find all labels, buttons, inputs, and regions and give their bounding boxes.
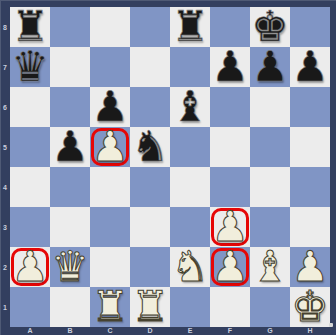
black-pawn-c6[interactable]: ♟	[90, 87, 130, 127]
square-a5[interactable]	[10, 127, 50, 167]
black-rook-a8[interactable]: ♜	[10, 7, 50, 47]
square-e6[interactable]: ♝	[170, 87, 210, 127]
white-rook-d1[interactable]: ♜	[130, 287, 170, 327]
rank-label-1: 1	[0, 287, 10, 327]
square-f8[interactable]	[210, 7, 250, 47]
white-pawn-a2[interactable]: ♟	[10, 247, 50, 287]
square-e5[interactable]	[170, 127, 210, 167]
square-d5[interactable]: ♞	[130, 127, 170, 167]
square-g3[interactable]	[250, 207, 290, 247]
black-pawn-g7[interactable]: ♟	[250, 47, 290, 87]
white-knight-e2[interactable]: ♞	[170, 247, 210, 287]
square-e7[interactable]	[170, 47, 210, 87]
square-f5[interactable]	[210, 127, 250, 167]
square-d1[interactable]: ♜	[130, 287, 170, 327]
square-g4[interactable]	[250, 167, 290, 207]
chess-board-frame: ♜♜♚♛♟♟♟♟♝♟♟♞♟♟♛♞♟♝♟♜♜♚ 87654321 ABCDEFGH	[0, 0, 336, 335]
square-h8[interactable]	[290, 7, 330, 47]
square-d7[interactable]	[130, 47, 170, 87]
square-h6[interactable]	[290, 87, 330, 127]
square-a4[interactable]	[10, 167, 50, 207]
square-h3[interactable]	[290, 207, 330, 247]
square-h1[interactable]: ♚	[290, 287, 330, 327]
square-h5[interactable]	[290, 127, 330, 167]
square-f7[interactable]: ♟	[210, 47, 250, 87]
black-bishop-e6[interactable]: ♝	[170, 87, 210, 127]
square-f4[interactable]	[210, 167, 250, 207]
square-h2[interactable]: ♟	[290, 247, 330, 287]
square-a2[interactable]: ♟	[10, 247, 50, 287]
square-e1[interactable]	[170, 287, 210, 327]
file-label-b: B	[50, 326, 90, 335]
black-king-g8[interactable]: ♚	[250, 7, 290, 47]
square-h4[interactable]	[290, 167, 330, 207]
square-e4[interactable]	[170, 167, 210, 207]
rank-label-5: 5	[0, 127, 10, 167]
rank-label-7: 7	[0, 47, 10, 87]
square-f2[interactable]: ♟	[210, 247, 250, 287]
square-f6[interactable]	[210, 87, 250, 127]
rank-label-2: 2	[0, 247, 10, 287]
square-g1[interactable]	[250, 287, 290, 327]
square-d3[interactable]	[130, 207, 170, 247]
square-a3[interactable]	[10, 207, 50, 247]
corner-dot	[329, 323, 333, 327]
square-c7[interactable]	[90, 47, 130, 87]
square-d4[interactable]	[130, 167, 170, 207]
white-pawn-f2[interactable]: ♟	[210, 247, 250, 287]
file-label-g: G	[250, 326, 290, 335]
square-b4[interactable]	[50, 167, 90, 207]
white-bishop-g2[interactable]: ♝	[250, 247, 290, 287]
rank-label-8: 8	[0, 7, 10, 47]
square-c4[interactable]	[90, 167, 130, 207]
black-knight-d5[interactable]: ♞	[130, 127, 170, 167]
white-pawn-h2[interactable]: ♟	[290, 247, 330, 287]
square-f1[interactable]	[210, 287, 250, 327]
rank-label-6: 6	[0, 87, 10, 127]
square-c3[interactable]	[90, 207, 130, 247]
square-e3[interactable]	[170, 207, 210, 247]
square-f3[interactable]: ♟	[210, 207, 250, 247]
square-c2[interactable]	[90, 247, 130, 287]
square-b2[interactable]: ♛	[50, 247, 90, 287]
square-b3[interactable]	[50, 207, 90, 247]
square-a6[interactable]	[10, 87, 50, 127]
black-rook-e8[interactable]: ♜	[170, 7, 210, 47]
square-e2[interactable]: ♞	[170, 247, 210, 287]
file-label-c: C	[90, 326, 130, 335]
white-pawn-f3[interactable]: ♟	[210, 207, 250, 247]
rank-label-4: 4	[0, 167, 10, 207]
square-e8[interactable]: ♜	[170, 7, 210, 47]
file-label-f: F	[210, 326, 250, 335]
square-b1[interactable]	[50, 287, 90, 327]
black-pawn-f7[interactable]: ♟	[210, 47, 250, 87]
square-c5[interactable]: ♟	[90, 127, 130, 167]
rank-label-3: 3	[0, 207, 10, 247]
white-rook-c1[interactable]: ♜	[90, 287, 130, 327]
square-c1[interactable]: ♜	[90, 287, 130, 327]
file-label-d: D	[130, 326, 170, 335]
square-a8[interactable]: ♜	[10, 7, 50, 47]
square-b5[interactable]: ♟	[50, 127, 90, 167]
file-label-h: H	[290, 326, 330, 335]
white-king-h1[interactable]: ♚	[290, 287, 330, 327]
square-h7[interactable]: ♟	[290, 47, 330, 87]
white-pawn-c5[interactable]: ♟	[90, 127, 130, 167]
square-a7[interactable]: ♛	[10, 47, 50, 87]
file-label-e: E	[170, 326, 210, 335]
square-g8[interactable]: ♚	[250, 7, 290, 47]
chess-board: ♜♜♚♛♟♟♟♟♝♟♟♞♟♟♛♞♟♝♟♜♜♚	[10, 7, 330, 327]
white-queen-b2[interactable]: ♛	[50, 247, 90, 287]
square-g5[interactable]	[250, 127, 290, 167]
file-label-a: A	[10, 326, 50, 335]
square-b8[interactable]	[50, 7, 90, 47]
square-g6[interactable]	[250, 87, 290, 127]
black-pawn-h7[interactable]: ♟	[290, 47, 330, 87]
square-d8[interactable]	[130, 7, 170, 47]
square-d2[interactable]	[130, 247, 170, 287]
square-g2[interactable]: ♝	[250, 247, 290, 287]
square-b7[interactable]	[50, 47, 90, 87]
square-c6[interactable]: ♟	[90, 87, 130, 127]
square-c8[interactable]	[90, 7, 130, 47]
black-pawn-b5[interactable]: ♟	[50, 127, 90, 167]
square-d6[interactable]	[130, 87, 170, 127]
square-g7[interactable]: ♟	[250, 47, 290, 87]
black-queen-a7[interactable]: ♛	[10, 47, 50, 87]
square-b6[interactable]	[50, 87, 90, 127]
square-a1[interactable]	[10, 287, 50, 327]
